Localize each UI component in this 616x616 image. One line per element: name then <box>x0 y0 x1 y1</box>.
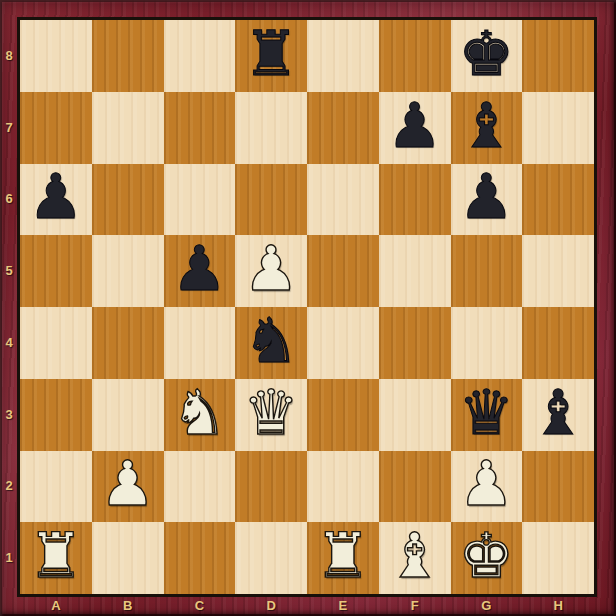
square-h7[interactable] <box>522 92 594 164</box>
square-e2[interactable] <box>307 451 379 523</box>
square-h2[interactable] <box>522 451 594 523</box>
file-label-H: H <box>522 598 594 614</box>
piece-black-bishop-h3[interactable]: ♝ <box>530 382 586 444</box>
square-e8[interactable] <box>307 20 379 92</box>
square-g2[interactable]: ♟ <box>451 451 523 523</box>
square-h4[interactable] <box>522 307 594 379</box>
piece-black-knight-d4[interactable]: ♞ <box>243 310 299 372</box>
rank-label-7: 7 <box>0 120 18 136</box>
square-c2[interactable] <box>164 451 236 523</box>
square-g8[interactable]: ♚ <box>451 20 523 92</box>
square-c8[interactable] <box>164 20 236 92</box>
square-e4[interactable] <box>307 307 379 379</box>
piece-white-pawn-g2[interactable]: ♟ <box>459 453 515 515</box>
square-e1[interactable]: ♜ <box>307 522 379 594</box>
file-label-A: A <box>20 598 92 614</box>
square-f6[interactable] <box>379 164 451 236</box>
rank-label-3: 3 <box>0 407 18 423</box>
piece-white-rook-e1[interactable]: ♜ <box>315 525 371 587</box>
square-g3[interactable]: ♛ <box>451 379 523 451</box>
piece-white-queen-d3[interactable]: ♛ <box>243 382 299 444</box>
square-a7[interactable] <box>20 92 92 164</box>
square-f3[interactable] <box>379 379 451 451</box>
square-h5[interactable] <box>522 235 594 307</box>
square-h1[interactable] <box>522 522 594 594</box>
square-c5[interactable]: ♟ <box>164 235 236 307</box>
square-d7[interactable] <box>235 92 307 164</box>
rank-label-8: 8 <box>0 48 18 64</box>
piece-white-knight-c3[interactable]: ♞ <box>172 382 228 444</box>
square-g5[interactable] <box>451 235 523 307</box>
square-f7[interactable]: ♟ <box>379 92 451 164</box>
square-d3[interactable]: ♛ <box>235 379 307 451</box>
piece-white-bishop-f1[interactable]: ♝ <box>387 525 443 587</box>
square-g6[interactable]: ♟ <box>451 164 523 236</box>
square-b6[interactable] <box>92 164 164 236</box>
piece-black-pawn-g6[interactable]: ♟ <box>459 166 515 228</box>
square-e3[interactable] <box>307 379 379 451</box>
square-f1[interactable]: ♝ <box>379 522 451 594</box>
file-label-E: E <box>307 598 379 614</box>
file-label-D: D <box>235 598 307 614</box>
square-c6[interactable] <box>164 164 236 236</box>
piece-white-pawn-b2[interactable]: ♟ <box>100 453 156 515</box>
piece-black-rook-d8[interactable]: ♜ <box>243 23 299 85</box>
rank-label-5: 5 <box>0 263 18 279</box>
chess-board: ♜♚♟♝♟♟♟♟♞♞♛♛♝♟♟♜♜♝♚ <box>20 20 594 594</box>
piece-white-king-g1[interactable]: ♚ <box>459 525 515 587</box>
piece-white-pawn-d5[interactable]: ♟ <box>243 238 299 300</box>
piece-black-king-g8[interactable]: ♚ <box>459 23 515 85</box>
square-b4[interactable] <box>92 307 164 379</box>
file-label-B: B <box>92 598 164 614</box>
square-b5[interactable] <box>92 235 164 307</box>
square-h3[interactable]: ♝ <box>522 379 594 451</box>
square-e5[interactable] <box>307 235 379 307</box>
square-d2[interactable] <box>235 451 307 523</box>
square-b8[interactable] <box>92 20 164 92</box>
piece-black-pawn-a6[interactable]: ♟ <box>28 166 84 228</box>
piece-black-pawn-f7[interactable]: ♟ <box>387 95 443 157</box>
rank-label-1: 1 <box>0 550 18 566</box>
square-a5[interactable] <box>20 235 92 307</box>
square-c3[interactable]: ♞ <box>164 379 236 451</box>
rank-label-2: 2 <box>0 478 18 494</box>
square-e7[interactable] <box>307 92 379 164</box>
square-b7[interactable] <box>92 92 164 164</box>
file-label-C: C <box>164 598 236 614</box>
square-a1[interactable]: ♜ <box>20 522 92 594</box>
square-f2[interactable] <box>379 451 451 523</box>
file-label-G: G <box>451 598 523 614</box>
rank-label-4: 4 <box>0 335 18 351</box>
square-f8[interactable] <box>379 20 451 92</box>
square-f4[interactable] <box>379 307 451 379</box>
piece-black-queen-g3[interactable]: ♛ <box>459 382 515 444</box>
square-d4[interactable]: ♞ <box>235 307 307 379</box>
square-a3[interactable] <box>20 379 92 451</box>
square-a8[interactable] <box>20 20 92 92</box>
square-c4[interactable] <box>164 307 236 379</box>
square-b1[interactable] <box>92 522 164 594</box>
square-a6[interactable]: ♟ <box>20 164 92 236</box>
square-h6[interactable] <box>522 164 594 236</box>
square-a2[interactable] <box>20 451 92 523</box>
board-frame: ♜♚♟♝♟♟♟♟♞♞♛♛♝♟♟♜♜♝♚ 87654321ABCDEFGH <box>0 0 616 616</box>
piece-white-rook-a1[interactable]: ♜ <box>28 525 84 587</box>
square-c1[interactable] <box>164 522 236 594</box>
square-c7[interactable] <box>164 92 236 164</box>
square-b3[interactable] <box>92 379 164 451</box>
piece-black-bishop-g7[interactable]: ♝ <box>459 95 515 157</box>
square-d5[interactable]: ♟ <box>235 235 307 307</box>
file-label-F: F <box>379 598 451 614</box>
square-g1[interactable]: ♚ <box>451 522 523 594</box>
square-e6[interactable] <box>307 164 379 236</box>
square-f5[interactable] <box>379 235 451 307</box>
square-d8[interactable]: ♜ <box>235 20 307 92</box>
square-b2[interactable]: ♟ <box>92 451 164 523</box>
piece-black-pawn-c5[interactable]: ♟ <box>172 238 228 300</box>
square-h8[interactable] <box>522 20 594 92</box>
square-d1[interactable] <box>235 522 307 594</box>
square-a4[interactable] <box>20 307 92 379</box>
rank-label-6: 6 <box>0 191 18 207</box>
board-outline: ♜♚♟♝♟♟♟♟♞♞♛♛♝♟♟♜♜♝♚ <box>17 17 597 597</box>
square-d6[interactable] <box>235 164 307 236</box>
square-g4[interactable] <box>451 307 523 379</box>
square-g7[interactable]: ♝ <box>451 92 523 164</box>
